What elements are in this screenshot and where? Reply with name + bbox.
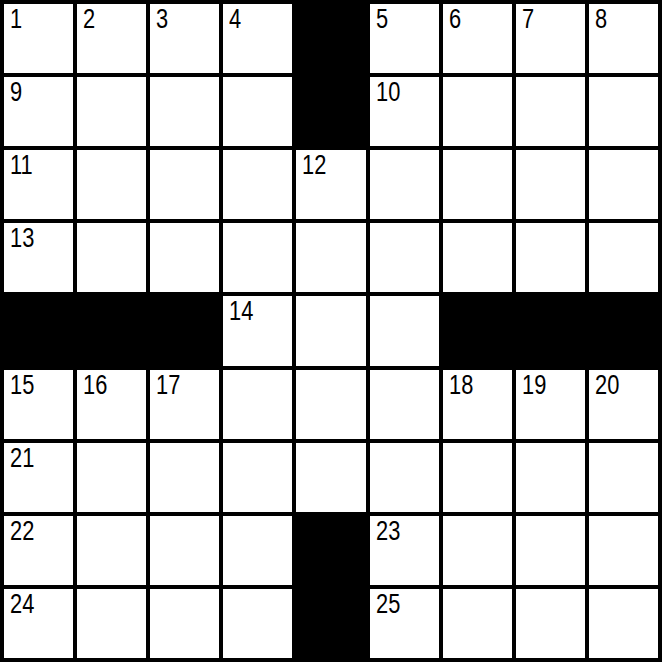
cell-r8c3[interactable] xyxy=(150,516,219,585)
cell-r6c9[interactable]: 20 xyxy=(589,370,658,439)
cell-r7c3[interactable] xyxy=(150,443,219,512)
clue-number: 4 xyxy=(229,5,241,33)
clue-number: 14 xyxy=(229,297,253,325)
clue-number: 22 xyxy=(10,517,34,545)
cell-r6c7[interactable]: 18 xyxy=(443,370,512,439)
clue-number: 1 xyxy=(10,5,22,33)
clue-number: 9 xyxy=(10,78,22,106)
clue-number: 11 xyxy=(10,151,33,179)
cell-r5c4[interactable]: 14 xyxy=(223,296,292,365)
cell-r2c2[interactable] xyxy=(77,77,146,146)
cell-r1c3[interactable]: 3 xyxy=(150,4,219,73)
cell-r3c7[interactable] xyxy=(443,150,512,219)
cell-r7c5[interactable] xyxy=(296,443,365,512)
clue-number: 21 xyxy=(10,444,34,472)
cell-r5c2 xyxy=(77,296,146,365)
cell-r9c9[interactable] xyxy=(589,589,658,658)
cell-r5c3 xyxy=(150,296,219,365)
cell-r1c8[interactable]: 7 xyxy=(516,4,585,73)
crossword-grid: 1234567891011121314151617181920212223242… xyxy=(0,0,662,662)
cell-r3c2[interactable] xyxy=(77,150,146,219)
clue-number: 7 xyxy=(522,5,534,33)
cell-r7c4[interactable] xyxy=(223,443,292,512)
cell-r2c4[interactable] xyxy=(223,77,292,146)
cell-r8c9[interactable] xyxy=(589,516,658,585)
cell-r7c6[interactable] xyxy=(370,443,439,512)
clue-number: 15 xyxy=(10,371,34,399)
cell-r8c8[interactable] xyxy=(516,516,585,585)
cell-r5c7 xyxy=(443,296,512,365)
cell-r2c6[interactable]: 10 xyxy=(370,77,439,146)
cell-r1c4[interactable]: 4 xyxy=(223,4,292,73)
cell-r1c2[interactable]: 2 xyxy=(77,4,146,73)
cell-r1c1[interactable]: 1 xyxy=(4,4,73,73)
clue-number: 25 xyxy=(376,590,400,618)
cell-r1c6[interactable]: 5 xyxy=(370,4,439,73)
cell-r5c1 xyxy=(4,296,73,365)
cell-r7c7[interactable] xyxy=(443,443,512,512)
cell-r3c9[interactable] xyxy=(589,150,658,219)
cell-r8c4[interactable] xyxy=(223,516,292,585)
cell-r6c3[interactable]: 17 xyxy=(150,370,219,439)
cell-r4c2[interactable] xyxy=(77,223,146,292)
cell-r3c4[interactable] xyxy=(223,150,292,219)
clue-number: 17 xyxy=(156,371,180,399)
cell-r4c9[interactable] xyxy=(589,223,658,292)
cell-r6c2[interactable]: 16 xyxy=(77,370,146,439)
cell-r4c4[interactable] xyxy=(223,223,292,292)
cell-r9c2[interactable] xyxy=(77,589,146,658)
cell-r1c9[interactable]: 8 xyxy=(589,4,658,73)
cell-r1c5 xyxy=(296,4,365,73)
cell-r6c4[interactable] xyxy=(223,370,292,439)
cell-r2c5 xyxy=(296,77,365,146)
cell-r4c8[interactable] xyxy=(516,223,585,292)
cell-r8c7[interactable] xyxy=(443,516,512,585)
cell-r9c4[interactable] xyxy=(223,589,292,658)
cell-r6c1[interactable]: 15 xyxy=(4,370,73,439)
clue-number: 20 xyxy=(595,371,619,399)
cell-r4c1[interactable]: 13 xyxy=(4,223,73,292)
cell-r3c1[interactable]: 11 xyxy=(4,150,73,219)
cell-r8c1[interactable]: 22 xyxy=(4,516,73,585)
cell-r7c1[interactable]: 21 xyxy=(4,443,73,512)
cell-r8c2[interactable] xyxy=(77,516,146,585)
clue-number: 13 xyxy=(10,224,34,252)
cell-r9c6[interactable]: 25 xyxy=(370,589,439,658)
cell-r4c3[interactable] xyxy=(150,223,219,292)
cell-r9c7[interactable] xyxy=(443,589,512,658)
cell-r5c8 xyxy=(516,296,585,365)
clue-number: 16 xyxy=(83,371,107,399)
clue-number: 8 xyxy=(595,5,607,33)
clue-number: 24 xyxy=(10,590,34,618)
cell-r5c9 xyxy=(589,296,658,365)
clue-number: 3 xyxy=(156,5,168,33)
cell-r3c5[interactable]: 12 xyxy=(296,150,365,219)
cell-r7c8[interactable] xyxy=(516,443,585,512)
clue-number: 23 xyxy=(376,517,400,545)
cell-r2c9[interactable] xyxy=(589,77,658,146)
cell-r5c5[interactable] xyxy=(296,296,365,365)
cell-r8c5 xyxy=(296,516,365,585)
cell-r9c5 xyxy=(296,589,365,658)
cell-r8c6[interactable]: 23 xyxy=(370,516,439,585)
cell-r6c6[interactable] xyxy=(370,370,439,439)
clue-number: 5 xyxy=(376,5,388,33)
cell-r9c8[interactable] xyxy=(516,589,585,658)
cell-r3c3[interactable] xyxy=(150,150,219,219)
cell-r4c5[interactable] xyxy=(296,223,365,292)
clue-number: 18 xyxy=(449,371,473,399)
cell-r2c7[interactable] xyxy=(443,77,512,146)
clue-number: 12 xyxy=(302,151,326,179)
cell-r4c6[interactable] xyxy=(370,223,439,292)
cell-r4c7[interactable] xyxy=(443,223,512,292)
cell-r6c8[interactable]: 19 xyxy=(516,370,585,439)
clue-number: 10 xyxy=(376,78,400,106)
cell-r1c7[interactable]: 6 xyxy=(443,4,512,73)
cell-r3c6[interactable] xyxy=(370,150,439,219)
cell-r2c1[interactable]: 9 xyxy=(4,77,73,146)
clue-number: 6 xyxy=(449,5,461,33)
cell-r2c8[interactable] xyxy=(516,77,585,146)
cell-r5c6[interactable] xyxy=(370,296,439,365)
cell-r7c9[interactable] xyxy=(589,443,658,512)
clue-number: 19 xyxy=(522,371,546,399)
cell-r2c3[interactable] xyxy=(150,77,219,146)
cell-r7c2[interactable] xyxy=(77,443,146,512)
cell-r3c8[interactable] xyxy=(516,150,585,219)
cell-r9c1[interactable]: 24 xyxy=(4,589,73,658)
cell-r6c5[interactable] xyxy=(296,370,365,439)
clue-number: 2 xyxy=(83,5,95,33)
cell-r9c3[interactable] xyxy=(150,589,219,658)
